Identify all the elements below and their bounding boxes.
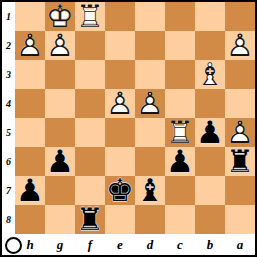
file-label-a: a bbox=[225, 234, 255, 255]
square-b6[interactable] bbox=[195, 147, 225, 176]
square-d7[interactable]: ♝ bbox=[135, 176, 165, 205]
piece-black-king: ♚ bbox=[105, 176, 135, 205]
square-a7[interactable] bbox=[225, 176, 255, 205]
piece-black-rook: ♜ bbox=[225, 147, 255, 176]
square-d4[interactable]: ♟♙ bbox=[135, 89, 165, 118]
piece-black-rook: ♜ bbox=[75, 205, 105, 234]
chess-board: ♚♔♜♖♟♙♟♙♟♙♝♗♟♙♟♙♜♖♟♟♙♟♟♜♟♚♝♜ bbox=[15, 2, 255, 234]
rank-label-8: 8 bbox=[2, 205, 15, 234]
chess-diagram: 1 2 3 4 5 6 7 8 ♚♔♜♖♟♙♟♙♟♙♝♗♟♙♟♙♜♖♟♟♙♟♟♜… bbox=[0, 0, 257, 257]
square-g6[interactable]: ♟ bbox=[45, 147, 75, 176]
square-h8[interactable] bbox=[15, 205, 45, 234]
square-e2[interactable] bbox=[105, 31, 135, 60]
square-b5[interactable]: ♟ bbox=[195, 118, 225, 147]
square-e5[interactable] bbox=[105, 118, 135, 147]
square-a6[interactable]: ♜ bbox=[225, 147, 255, 176]
square-d5[interactable] bbox=[135, 118, 165, 147]
square-c6[interactable]: ♟ bbox=[165, 147, 195, 176]
square-f1[interactable]: ♜♖ bbox=[75, 2, 105, 31]
square-h4[interactable] bbox=[15, 89, 45, 118]
piece-white-pawn: ♟♙ bbox=[105, 89, 135, 118]
file-label-d: d bbox=[135, 234, 165, 255]
piece-white-pawn: ♟♙ bbox=[135, 89, 165, 118]
square-e8[interactable] bbox=[105, 205, 135, 234]
piece-black-pawn: ♟ bbox=[165, 147, 195, 176]
piece-white-rook: ♜♖ bbox=[75, 2, 105, 31]
piece-black-pawn: ♟ bbox=[45, 147, 75, 176]
square-h2[interactable]: ♟♙ bbox=[15, 31, 45, 60]
square-d1[interactable] bbox=[135, 2, 165, 31]
square-f4[interactable] bbox=[75, 89, 105, 118]
square-g2[interactable]: ♟♙ bbox=[45, 31, 75, 60]
square-d2[interactable] bbox=[135, 31, 165, 60]
square-a2[interactable]: ♟♙ bbox=[225, 31, 255, 60]
square-c8[interactable] bbox=[165, 205, 195, 234]
square-f2[interactable] bbox=[75, 31, 105, 60]
piece-black-bishop: ♝ bbox=[135, 176, 165, 205]
piece-white-pawn: ♟♙ bbox=[15, 31, 45, 60]
square-b8[interactable] bbox=[195, 205, 225, 234]
square-b3[interactable]: ♝♗ bbox=[195, 60, 225, 89]
square-a3[interactable] bbox=[225, 60, 255, 89]
file-label-b: b bbox=[195, 234, 225, 255]
piece-black-pawn: ♟ bbox=[15, 176, 45, 205]
square-g7[interactable] bbox=[45, 176, 75, 205]
square-f8[interactable]: ♜ bbox=[75, 205, 105, 234]
file-gutter: h g f e d c b a bbox=[15, 234, 255, 255]
piece-white-bishop: ♝♗ bbox=[195, 60, 225, 89]
square-a8[interactable] bbox=[225, 205, 255, 234]
rank-gutter: 1 2 3 4 5 6 7 8 bbox=[2, 2, 15, 234]
square-g3[interactable] bbox=[45, 60, 75, 89]
square-g8[interactable] bbox=[45, 205, 75, 234]
rank-label-7: 7 bbox=[2, 176, 15, 205]
square-b1[interactable] bbox=[195, 2, 225, 31]
square-c1[interactable] bbox=[165, 2, 195, 31]
square-h7[interactable]: ♟ bbox=[15, 176, 45, 205]
piece-white-pawn: ♟♙ bbox=[225, 31, 255, 60]
square-g4[interactable] bbox=[45, 89, 75, 118]
square-f3[interactable] bbox=[75, 60, 105, 89]
file-label-c: c bbox=[165, 234, 195, 255]
rank-label-4: 4 bbox=[2, 89, 15, 118]
file-label-g: g bbox=[45, 234, 75, 255]
square-d8[interactable] bbox=[135, 205, 165, 234]
square-e4[interactable]: ♟♙ bbox=[105, 89, 135, 118]
file-label-e: e bbox=[105, 234, 135, 255]
square-e1[interactable] bbox=[105, 2, 135, 31]
square-c7[interactable] bbox=[165, 176, 195, 205]
file-label-f: f bbox=[75, 234, 105, 255]
square-f5[interactable] bbox=[75, 118, 105, 147]
piece-white-pawn: ♟♙ bbox=[45, 31, 75, 60]
square-b7[interactable] bbox=[195, 176, 225, 205]
rank-label-6: 6 bbox=[2, 147, 15, 176]
rank-label-1: 1 bbox=[2, 2, 15, 31]
rank-label-5: 5 bbox=[2, 118, 15, 147]
piece-black-pawn: ♟ bbox=[195, 118, 225, 147]
rank-label-3: 3 bbox=[2, 60, 15, 89]
square-c2[interactable] bbox=[165, 31, 195, 60]
square-f6[interactable] bbox=[75, 147, 105, 176]
white-to-move-indicator bbox=[5, 237, 22, 254]
square-e7[interactable]: ♚ bbox=[105, 176, 135, 205]
square-c3[interactable] bbox=[165, 60, 195, 89]
square-h3[interactable] bbox=[15, 60, 45, 89]
rank-label-2: 2 bbox=[2, 31, 15, 60]
square-h5[interactable] bbox=[15, 118, 45, 147]
